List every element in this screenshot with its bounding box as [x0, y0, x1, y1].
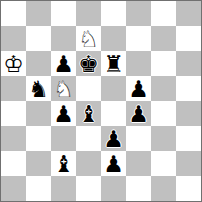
square-c6[interactable]: ♟: [51, 51, 76, 76]
square-f1[interactable]: [126, 176, 151, 201]
square-a8[interactable]: [1, 1, 26, 26]
square-b8[interactable]: [26, 1, 51, 26]
piece-white-king-fill: ♚: [1, 51, 26, 76]
piece-black-bishop: ♝: [51, 151, 76, 176]
square-e1[interactable]: [101, 176, 126, 201]
square-e2[interactable]: ♟: [101, 151, 126, 176]
square-e6[interactable]: ♜: [101, 51, 126, 76]
square-h8[interactable]: [176, 1, 201, 26]
square-c2[interactable]: ♝: [51, 151, 76, 176]
square-a3[interactable]: [1, 126, 26, 151]
square-g1[interactable]: [151, 176, 176, 201]
square-a1[interactable]: [1, 176, 26, 201]
square-c8[interactable]: [51, 1, 76, 26]
square-a4[interactable]: [1, 101, 26, 126]
square-a2[interactable]: [1, 151, 26, 176]
square-h1[interactable]: [176, 176, 201, 201]
square-e7[interactable]: [101, 26, 126, 51]
piece-black-pawn: ♟: [101, 126, 126, 151]
square-b1[interactable]: [26, 176, 51, 201]
square-h4[interactable]: [176, 101, 201, 126]
piece-black-knight: ♞: [26, 76, 51, 101]
square-f8[interactable]: [126, 1, 151, 26]
square-g5[interactable]: [151, 76, 176, 101]
piece-black-pawn: ♟: [101, 151, 126, 176]
square-d7[interactable]: ♞♘: [76, 26, 101, 51]
square-c3[interactable]: [51, 126, 76, 151]
piece-black-pawn: ♟: [126, 101, 151, 126]
square-a7[interactable]: [1, 26, 26, 51]
square-a5[interactable]: [1, 76, 26, 101]
square-f7[interactable]: [126, 26, 151, 51]
square-g6[interactable]: [151, 51, 176, 76]
piece-black-bishop: ♝: [76, 101, 101, 126]
square-e4[interactable]: [101, 101, 126, 126]
piece-black-pawn: ♟: [126, 76, 151, 101]
piece-white-knight: ♘: [51, 76, 76, 101]
square-h5[interactable]: [176, 76, 201, 101]
square-h6[interactable]: [176, 51, 201, 76]
chess-diagram: ♞♘♚♔♟♚♜♞♞♘♟♟♝♟♟♝♟: [0, 0, 202, 202]
square-e3[interactable]: ♟: [101, 126, 126, 151]
square-e8[interactable]: [101, 1, 126, 26]
square-b7[interactable]: [26, 26, 51, 51]
square-f3[interactable]: [126, 126, 151, 151]
square-f2[interactable]: [126, 151, 151, 176]
piece-white-knight-fill: ♞: [51, 76, 76, 101]
square-d6[interactable]: ♚: [76, 51, 101, 76]
piece-white-knight: ♘: [76, 26, 101, 51]
square-a6[interactable]: ♚♔: [1, 51, 26, 76]
square-g4[interactable]: [151, 101, 176, 126]
square-h2[interactable]: [176, 151, 201, 176]
square-g8[interactable]: [151, 1, 176, 26]
piece-black-pawn: ♟: [51, 101, 76, 126]
piece-white-king: ♔: [1, 51, 26, 76]
square-d4[interactable]: ♝: [76, 101, 101, 126]
square-d8[interactable]: [76, 1, 101, 26]
square-d3[interactable]: [76, 126, 101, 151]
square-c1[interactable]: [51, 176, 76, 201]
square-e5[interactable]: [101, 76, 126, 101]
chess-board: ♞♘♚♔♟♚♜♞♞♘♟♟♝♟♟♝♟: [1, 1, 201, 201]
square-h7[interactable]: [176, 26, 201, 51]
square-c7[interactable]: [51, 26, 76, 51]
square-b5[interactable]: ♞: [26, 76, 51, 101]
square-d5[interactable]: [76, 76, 101, 101]
square-d2[interactable]: [76, 151, 101, 176]
square-g7[interactable]: [151, 26, 176, 51]
square-b3[interactable]: [26, 126, 51, 151]
square-f4[interactable]: ♟: [126, 101, 151, 126]
piece-black-king: ♚: [76, 51, 101, 76]
square-d1[interactable]: [76, 176, 101, 201]
square-c4[interactable]: ♟: [51, 101, 76, 126]
square-g3[interactable]: [151, 126, 176, 151]
piece-white-knight-fill: ♞: [76, 26, 101, 51]
square-f6[interactable]: [126, 51, 151, 76]
square-g2[interactable]: [151, 151, 176, 176]
square-b6[interactable]: [26, 51, 51, 76]
square-h3[interactable]: [176, 126, 201, 151]
piece-black-pawn: ♟: [51, 51, 76, 76]
piece-black-rook: ♜: [101, 51, 126, 76]
square-b4[interactable]: [26, 101, 51, 126]
square-c5[interactable]: ♞♘: [51, 76, 76, 101]
square-b2[interactable]: [26, 151, 51, 176]
square-f5[interactable]: ♟: [126, 76, 151, 101]
